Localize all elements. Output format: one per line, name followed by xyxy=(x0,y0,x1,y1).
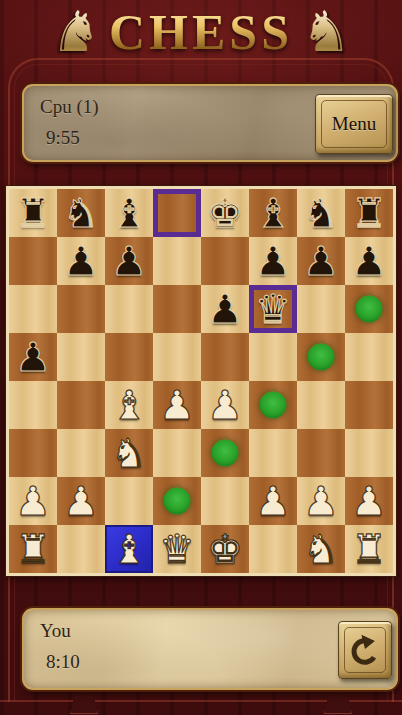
title-bar: ♞ CHESS ♞ xyxy=(0,0,402,64)
square-a2[interactable]: ♟ xyxy=(9,477,57,525)
square-b3[interactable] xyxy=(57,429,105,477)
piece-white-bishop: ♝ xyxy=(111,529,147,569)
piece-black-bishop: ♝ xyxy=(255,193,291,233)
piece-black-rook: ♜ xyxy=(15,193,51,233)
square-b8[interactable]: ♞ xyxy=(57,189,105,237)
frame-foot-right xyxy=(324,688,352,714)
piece-white-bishop: ♝ xyxy=(111,385,147,425)
chess-app: ♞ CHESS ♞ Cpu (1) 9:55 Menu ♜♞♝♚♝♞♜♟♟♟♟♟… xyxy=(0,0,402,715)
square-g3[interactable] xyxy=(297,429,345,477)
square-h5[interactable] xyxy=(345,333,393,381)
square-h6[interactable] xyxy=(345,285,393,333)
square-c5[interactable] xyxy=(105,333,153,381)
square-c8[interactable]: ♝ xyxy=(105,189,153,237)
frame-foot-left xyxy=(70,688,98,714)
top-player-bar: Cpu (1) 9:55 Menu xyxy=(22,84,398,162)
square-g8[interactable]: ♞ xyxy=(297,189,345,237)
bottom-player-clock: 8:10 xyxy=(46,651,80,673)
square-d7[interactable] xyxy=(153,237,201,285)
piece-black-pawn: ♟ xyxy=(303,241,339,281)
square-a4[interactable] xyxy=(9,381,57,429)
piece-white-rook: ♜ xyxy=(15,529,51,569)
undo-button[interactable] xyxy=(338,621,392,679)
square-h7[interactable]: ♟ xyxy=(345,237,393,285)
square-e5[interactable] xyxy=(201,333,249,381)
square-b7[interactable]: ♟ xyxy=(57,237,105,285)
square-d2[interactable] xyxy=(153,477,201,525)
square-f3[interactable] xyxy=(249,429,297,477)
square-c6[interactable] xyxy=(105,285,153,333)
square-e4[interactable]: ♟ xyxy=(201,381,249,429)
board: ♜♞♝♚♝♞♜♟♟♟♟♟♟♛♟♝♟♟♞♟♟♟♟♟♜♝♛♚♞♜ xyxy=(6,186,396,576)
square-c4[interactable]: ♝ xyxy=(105,381,153,429)
square-f1[interactable] xyxy=(249,525,297,573)
square-g4[interactable] xyxy=(297,381,345,429)
square-e7[interactable] xyxy=(201,237,249,285)
square-b5[interactable] xyxy=(57,333,105,381)
square-g5[interactable] xyxy=(297,333,345,381)
legal-move-dot xyxy=(212,440,239,467)
piece-white-pawn: ♟ xyxy=(15,481,51,521)
piece-white-pawn: ♟ xyxy=(159,385,195,425)
square-d4[interactable]: ♟ xyxy=(153,381,201,429)
square-c1[interactable]: ♝ xyxy=(105,525,153,573)
piece-black-pawn: ♟ xyxy=(207,289,243,329)
piece-black-knight: ♞ xyxy=(303,193,339,233)
square-a1[interactable]: ♜ xyxy=(9,525,57,573)
square-f8[interactable]: ♝ xyxy=(249,189,297,237)
piece-black-pawn: ♟ xyxy=(255,241,291,281)
square-a5[interactable]: ♟ xyxy=(9,333,57,381)
square-a8[interactable]: ♜ xyxy=(9,189,57,237)
square-e2[interactable] xyxy=(201,477,249,525)
square-c2[interactable] xyxy=(105,477,153,525)
legal-move-dot xyxy=(260,392,287,419)
square-f5[interactable] xyxy=(249,333,297,381)
square-b6[interactable] xyxy=(57,285,105,333)
square-a3[interactable] xyxy=(9,429,57,477)
square-a6[interactable] xyxy=(9,285,57,333)
square-b2[interactable]: ♟ xyxy=(57,477,105,525)
piece-white-queen: ♛ xyxy=(159,529,195,569)
piece-black-queen: ♛ xyxy=(255,289,291,329)
piece-black-knight: ♞ xyxy=(63,193,99,233)
square-d6[interactable] xyxy=(153,285,201,333)
square-d5[interactable] xyxy=(153,333,201,381)
square-h4[interactable] xyxy=(345,381,393,429)
square-e3[interactable] xyxy=(201,429,249,477)
square-c3[interactable]: ♞ xyxy=(105,429,153,477)
square-f7[interactable]: ♟ xyxy=(249,237,297,285)
square-g1[interactable]: ♞ xyxy=(297,525,345,573)
piece-white-pawn: ♟ xyxy=(207,385,243,425)
piece-white-pawn: ♟ xyxy=(351,481,387,521)
piece-black-rook: ♜ xyxy=(351,193,387,233)
piece-white-pawn: ♟ xyxy=(303,481,339,521)
top-player-clock: 9:55 xyxy=(46,127,80,149)
legal-move-dot xyxy=(164,488,191,515)
square-g6[interactable] xyxy=(297,285,345,333)
piece-white-pawn: ♟ xyxy=(63,481,99,521)
menu-button-label: Menu xyxy=(332,113,376,135)
square-f4[interactable] xyxy=(249,381,297,429)
legal-move-dot xyxy=(308,344,335,371)
piece-black-bishop: ♝ xyxy=(111,193,147,233)
square-e8[interactable]: ♚ xyxy=(201,189,249,237)
knight-logo-left-icon: ♞ xyxy=(51,4,101,60)
piece-white-knight: ♞ xyxy=(303,529,339,569)
square-b4[interactable] xyxy=(57,381,105,429)
square-e1[interactable]: ♚ xyxy=(201,525,249,573)
square-d1[interactable]: ♛ xyxy=(153,525,201,573)
piece-black-pawn: ♟ xyxy=(15,337,51,377)
square-g7[interactable]: ♟ xyxy=(297,237,345,285)
white-pawn-icon xyxy=(108,97,134,127)
piece-white-rook: ♜ xyxy=(351,529,387,569)
piece-black-pawn: ♟ xyxy=(111,241,147,281)
top-player-name: Cpu (1) xyxy=(40,96,99,118)
square-h3[interactable] xyxy=(345,429,393,477)
square-a7[interactable] xyxy=(9,237,57,285)
square-h2[interactable]: ♟ xyxy=(345,477,393,525)
piece-black-king: ♚ xyxy=(207,193,243,233)
square-b1[interactable] xyxy=(57,525,105,573)
piece-white-king: ♚ xyxy=(207,529,243,569)
black-pawn-icon xyxy=(108,621,134,651)
square-e6[interactable]: ♟ xyxy=(201,285,249,333)
square-f2[interactable]: ♟ xyxy=(249,477,297,525)
piece-black-pawn: ♟ xyxy=(63,241,99,281)
piece-white-pawn: ♟ xyxy=(255,481,291,521)
piece-white-knight: ♞ xyxy=(111,433,147,473)
square-g2[interactable]: ♟ xyxy=(297,477,345,525)
knight-logo-right-icon: ♞ xyxy=(301,4,351,60)
square-h8[interactable]: ♜ xyxy=(345,189,393,237)
square-d8[interactable] xyxy=(153,189,201,237)
square-c7[interactable]: ♟ xyxy=(105,237,153,285)
bottom-player-bar: You 8:10 xyxy=(22,608,398,690)
square-d3[interactable] xyxy=(153,429,201,477)
undo-icon xyxy=(347,632,383,668)
piece-black-pawn: ♟ xyxy=(351,241,387,281)
square-h1[interactable]: ♜ xyxy=(345,525,393,573)
app-title: CHESS xyxy=(109,3,293,61)
bottom-player-name: You xyxy=(40,620,71,642)
menu-button[interactable]: Menu xyxy=(315,94,393,154)
square-f6[interactable]: ♛ xyxy=(249,285,297,333)
legal-move-dot xyxy=(356,296,383,323)
